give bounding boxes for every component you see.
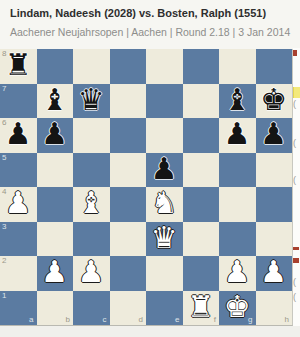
players-title: Lindam, Nadeesh (2028) vs. Bosten, Ralph… [10,7,300,19]
rank-label-1: 1 [2,291,6,301]
square-g8 [219,49,256,84]
piece-white-pawn-a4: ♟ [5,186,32,221]
square-c4: ♝ [73,187,110,222]
square-e4: ♞ [146,187,183,222]
square-c7: ♛ [73,84,110,119]
square-f5 [183,153,220,188]
piece-white-rook-f1: ♜ [187,290,214,325]
rank-label-3: 3 [2,222,6,232]
file-label-d: d [139,315,143,325]
square-d8 [110,49,147,84]
square-h8 [256,49,293,84]
rank-label-2: 2 [2,256,6,266]
square-a8: 8♜ [0,49,37,84]
square-g7: ♝ [219,84,256,119]
square-b1: b [37,291,74,326]
square-e7 [146,84,183,119]
square-f7 [183,84,220,119]
piece-white-queen-e3: ♛ [151,221,178,256]
square-f2 [183,256,220,291]
square-b6: ♟ [37,118,74,153]
clipped-moves-fragment [293,247,299,250]
square-d6 [110,118,147,153]
square-g6: ♟ [219,118,256,153]
square-h3 [256,222,293,257]
square-b7: ♝ [37,84,74,119]
square-e6 [146,118,183,153]
square-g5 [219,153,256,188]
square-b5 [37,153,74,188]
square-f6 [183,118,220,153]
bottom-margin [0,326,300,337]
file-label-g: g [248,315,252,325]
square-g4 [219,187,256,222]
square-h1: h [256,291,293,326]
piece-black-bishop-b7: ♝ [41,83,68,118]
clipped-moves-fragment [293,258,299,263]
square-f1: f♜ [183,291,220,326]
square-h7: ♚ [256,84,293,119]
square-f4 [183,187,220,222]
square-a1: 1a [0,291,37,326]
rank-label-4: 4 [2,187,6,197]
piece-black-bishop-g7: ♝ [224,83,251,118]
file-label-f: f [214,315,216,325]
square-e5: ♟ [146,153,183,188]
game-header: Lindam, Nadeesh (2028) vs. Bosten, Ralph… [0,0,300,48]
piece-black-queen-c7: ♛ [78,83,105,118]
piece-white-bishop-c4: ♝ [78,186,105,221]
clipped-moves-fragment: ( [293,293,296,302]
square-e8 [146,49,183,84]
piece-white-pawn-c2: ♟ [78,255,105,290]
square-b4 [37,187,74,222]
square-g1: g♚ [219,291,256,326]
square-h4 [256,187,293,222]
square-d7 [110,84,147,119]
square-b8 [37,49,74,84]
piece-black-pawn-g6: ♟ [224,117,251,152]
square-f8 [183,49,220,84]
square-b2: ♟ [37,256,74,291]
rank-label-7: 7 [2,84,6,94]
square-h2: ♟ [256,256,293,291]
piece-white-pawn-b2: ♟ [41,255,68,290]
square-e1: e [146,291,183,326]
file-label-c: c [103,315,107,325]
piece-black-pawn-h6: ♟ [260,117,287,152]
rank-label-5: 5 [2,153,6,163]
rank-label-8: 8 [2,49,6,59]
rank-label-6: 6 [2,118,6,128]
square-d4 [110,187,147,222]
square-c3 [73,222,110,257]
file-label-e: e [175,315,179,325]
square-a3: 3 [0,222,37,257]
square-e2 [146,256,183,291]
square-g3 [219,222,256,257]
event-details: Aachener Neujahrsopen | Aachen | Round 2… [10,26,300,38]
square-c1: c [73,291,110,326]
square-c6 [73,118,110,153]
file-label-b: b [66,315,70,325]
square-a2: 2 [0,256,37,291]
square-a7: 7 [0,84,37,119]
square-b3 [37,222,74,257]
square-d5 [110,153,147,188]
square-a6: 6♟ [0,118,37,153]
piece-white-pawn-g2: ♟ [224,255,251,290]
square-a4: 4♟ [0,187,37,222]
square-a5: 5 [0,153,37,188]
square-g2: ♟ [219,256,256,291]
square-d1: d [110,291,147,326]
chess-board: 8♜7♝♛♝♚6♟♟♟♟5♟4♟♝♞3♛2♟♟♟♟1abcdef♜g♚h [0,49,293,326]
square-f3 [183,222,220,257]
clipped-moves-fragment[interactable] [293,87,300,98]
piece-black-pawn-b6: ♟ [41,117,68,152]
piece-black-king-h7: ♚ [260,83,287,118]
square-d2 [110,256,147,291]
file-label-a: a [29,315,33,325]
piece-black-rook-a8: ♜ [5,48,32,83]
piece-white-pawn-h2: ♟ [260,255,287,290]
square-c5 [73,153,110,188]
clipped-moves-fragment [293,50,297,56]
clipped-moves-fragment: ( [293,100,296,109]
clipped-moves-fragment: ( [293,176,296,185]
piece-black-pawn-e5: ♟ [151,152,178,187]
square-d3 [110,222,147,257]
piece-white-king-g1: ♚ [224,290,251,325]
square-c8 [73,49,110,84]
piece-white-knight-e4: ♞ [151,186,178,221]
clipped-moves-fragment: ( [293,278,296,287]
file-label-h: h [285,315,289,325]
square-h5 [256,153,293,188]
square-e3: ♛ [146,222,183,257]
square-c2: ♟ [73,256,110,291]
piece-black-pawn-a6: ♟ [5,117,32,152]
clipped-moves-fragment: ( [293,139,296,148]
square-h6: ♟ [256,118,293,153]
